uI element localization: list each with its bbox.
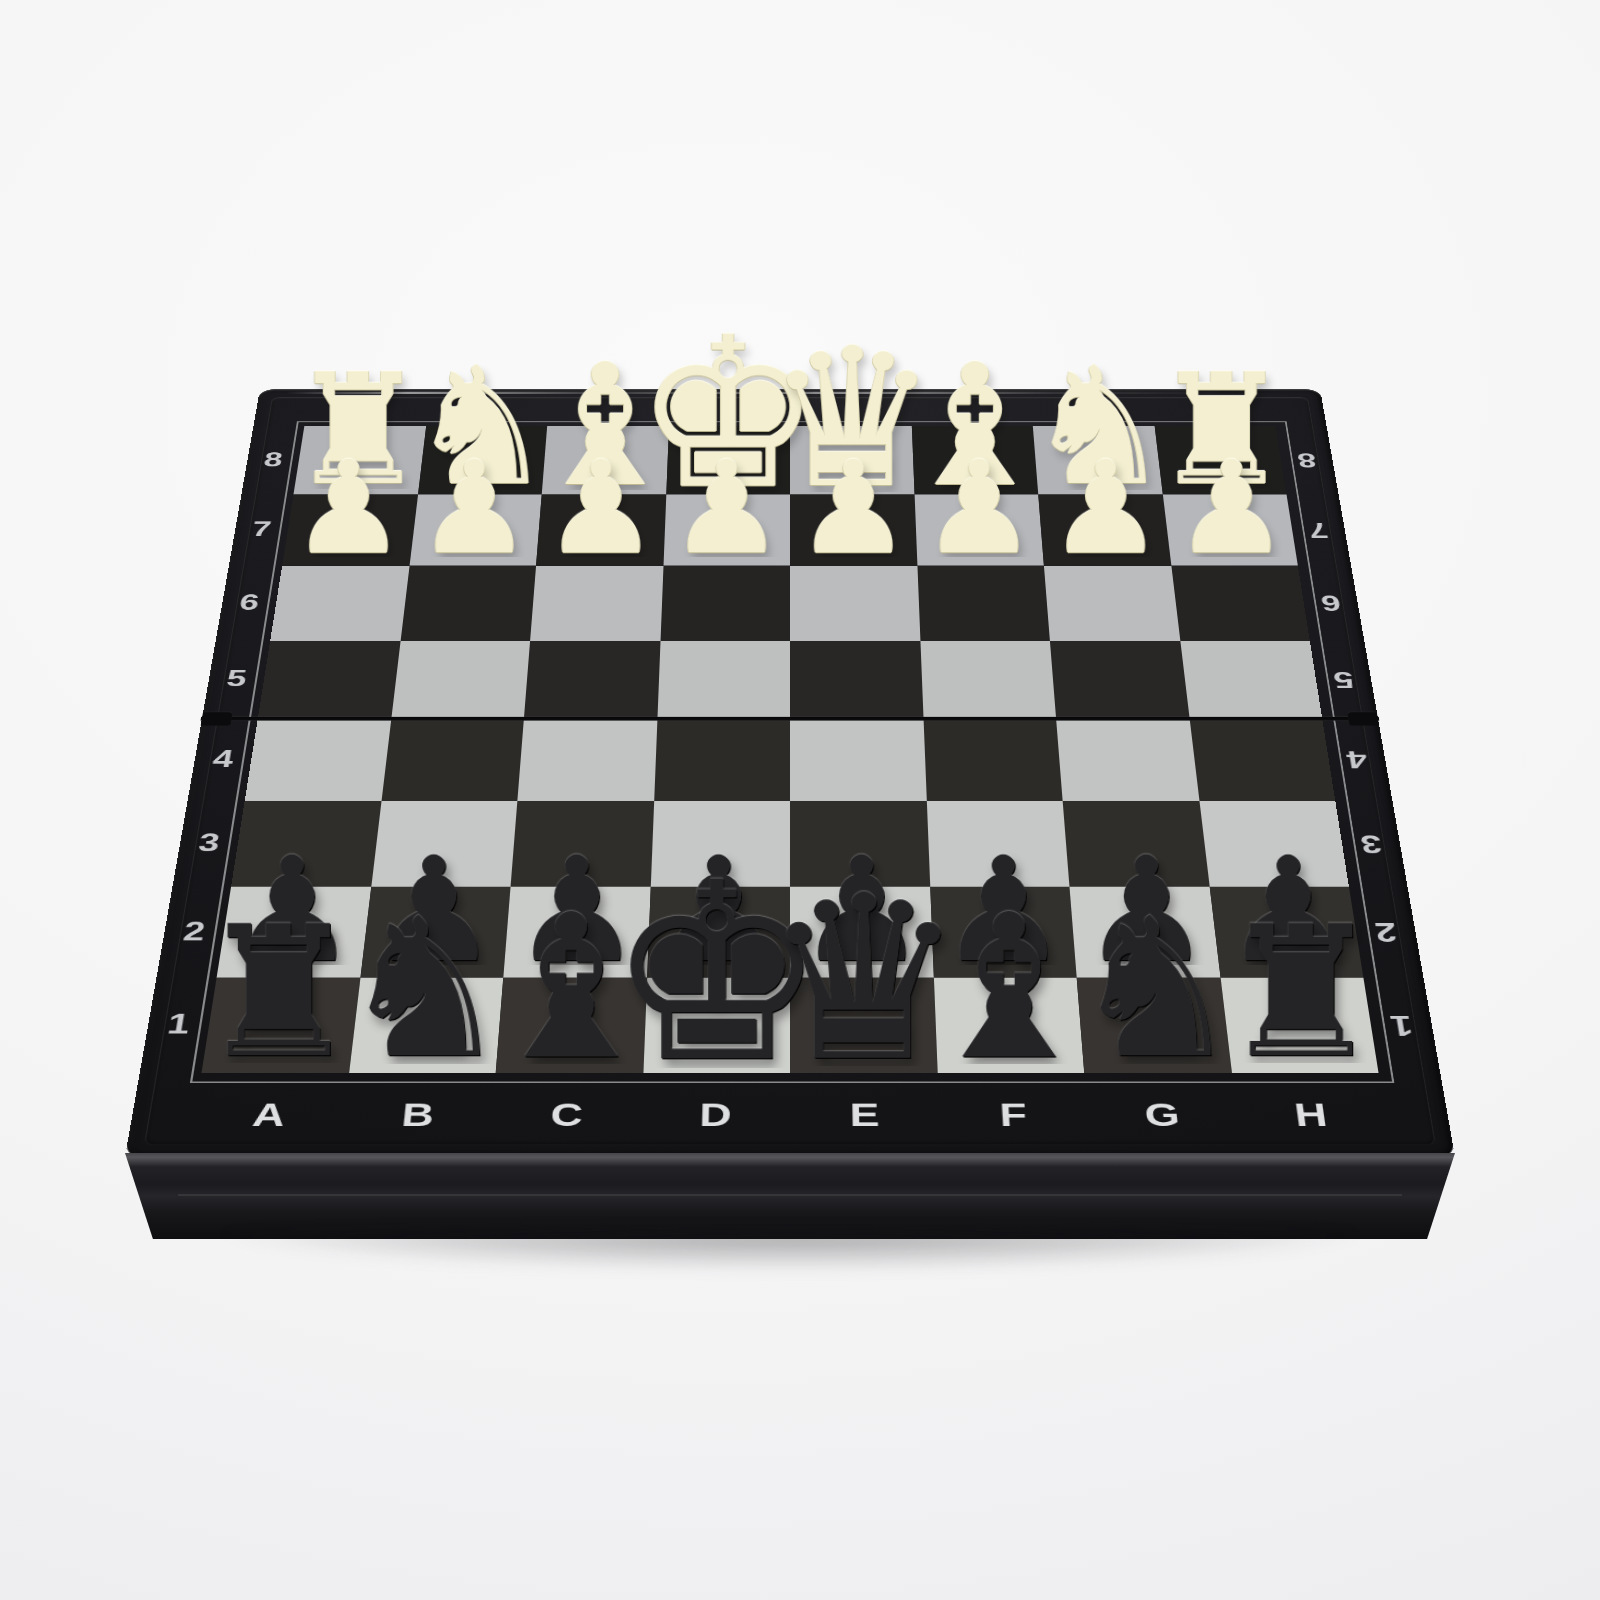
fold-hinge-left	[201, 712, 233, 726]
rank-label-right-8: 8	[1276, 426, 1339, 494]
square-c7[interactable]: ♟	[536, 494, 666, 565]
square-h1[interactable]: ♜	[1220, 977, 1379, 1072]
square-d4[interactable]	[654, 718, 790, 800]
piece-white-pawn-c7[interactable]: ♟	[543, 444, 658, 573]
square-a4[interactable]	[245, 718, 391, 800]
piece-black-rook-h1[interactable]: ♜	[1220, 902, 1383, 1084]
square-b6[interactable]	[400, 566, 536, 641]
rank-label-right-6: 6	[1298, 566, 1364, 641]
board-scene: ♜♞♝♚♛♝♞♜♟♟♟♟♟♟♟♟♟♟♟♟♟♟♟♟♜♞♝♚♛♝♞♜ 8765432…	[200, 140, 1380, 1320]
piece-white-pawn-g7[interactable]: ♟	[1048, 444, 1163, 573]
board-front-edge	[125, 1153, 1455, 1239]
square-b5[interactable]	[391, 640, 530, 718]
studio-background: ♜♞♝♚♛♝♞♜♟♟♟♟♟♟♟♟♟♟♟♟♟♟♟♟♜♞♝♚♛♝♞♜ 8765432…	[0, 0, 1600, 1600]
rank-label-right-4: 4	[1322, 718, 1392, 800]
square-a1[interactable]: ♜	[201, 977, 360, 1072]
square-g6[interactable]	[1044, 566, 1180, 641]
square-b1[interactable]: ♞	[349, 977, 504, 1072]
piece-white-pawn-h7[interactable]: ♟	[1174, 444, 1289, 573]
square-e4[interactable]	[790, 718, 926, 800]
square-e1[interactable]: ♛	[790, 977, 937, 1072]
square-g4[interactable]	[1056, 718, 1199, 800]
square-a6[interactable]	[270, 566, 409, 641]
square-f4[interactable]	[923, 718, 1063, 800]
square-e5[interactable]	[790, 640, 923, 718]
square-g5[interactable]	[1050, 640, 1189, 718]
square-f5[interactable]	[920, 640, 1056, 718]
square-h6[interactable]	[1171, 566, 1310, 641]
square-f7[interactable]: ♟	[914, 494, 1044, 565]
square-g7[interactable]: ♟	[1038, 494, 1171, 565]
square-d5[interactable]	[657, 640, 790, 718]
square-f1[interactable]: ♝	[933, 977, 1084, 1072]
square-e7[interactable]: ♟	[790, 494, 917, 565]
square-d6[interactable]	[660, 566, 790, 641]
board-field: ♜♞♝♚♛♝♞♜♟♟♟♟♟♟♟♟♟♟♟♟♟♟♟♟♜♞♝♚♛♝♞♜	[201, 426, 1378, 1073]
file-labels-bottom: ABCDEFGH	[188, 1073, 1392, 1158]
file-label-G: G	[1084, 1073, 1241, 1158]
square-h7[interactable]: ♟	[1162, 494, 1297, 565]
piece-white-pawn-a7[interactable]: ♟	[291, 444, 406, 573]
rank-label-right-7: 7	[1286, 494, 1351, 565]
file-label-F: F	[937, 1073, 1091, 1158]
square-b7[interactable]: ♟	[409, 494, 542, 565]
file-label-A: A	[188, 1073, 349, 1158]
square-c6[interactable]	[530, 566, 663, 641]
board-frame: ♜♞♝♚♛♝♞♜♟♟♟♟♟♟♟♟♟♟♟♟♟♟♟♟♜♞♝♚♛♝♞♜ 8765432…	[125, 389, 1455, 1157]
piece-white-pawn-b7[interactable]: ♟	[417, 444, 532, 573]
square-b4[interactable]	[381, 718, 524, 800]
square-g1[interactable]: ♞	[1077, 977, 1232, 1072]
file-label-D: D	[639, 1073, 790, 1158]
piece-white-pawn-d7[interactable]: ♟	[669, 444, 784, 573]
rank-label-right-5: 5	[1310, 640, 1378, 718]
square-h4[interactable]	[1189, 718, 1335, 800]
square-d7[interactable]: ♟	[663, 494, 790, 565]
chess-board-3d: ♜♞♝♚♛♝♞♜♟♟♟♟♟♟♟♟♟♟♟♟♟♟♟♟♜♞♝♚♛♝♞♜ 8765432…	[125, 389, 1455, 1157]
square-c4[interactable]	[517, 718, 657, 800]
file-label-H: H	[1231, 1073, 1392, 1158]
piece-white-pawn-e7[interactable]: ♟	[795, 444, 910, 573]
square-a5[interactable]	[258, 640, 400, 718]
square-f6[interactable]	[917, 566, 1050, 641]
piece-black-rook-a1[interactable]: ♜	[197, 902, 360, 1084]
board-fold-seam	[201, 717, 1380, 721]
square-e6[interactable]	[790, 566, 920, 641]
square-c5[interactable]	[524, 640, 660, 718]
piece-black-knight-g1[interactable]: ♞	[1069, 893, 1242, 1086]
front-edge-groove	[178, 1194, 1402, 1196]
file-label-E: E	[790, 1073, 941, 1158]
file-label-B: B	[338, 1073, 495, 1158]
file-label-C: C	[489, 1073, 643, 1158]
piece-white-pawn-f7[interactable]: ♟	[922, 444, 1037, 573]
board-cast-shadow	[115, 1231, 1465, 1283]
rank-label-left-7: 7	[229, 494, 294, 565]
square-h5[interactable]	[1180, 640, 1322, 718]
square-a7[interactable]: ♟	[282, 494, 417, 565]
